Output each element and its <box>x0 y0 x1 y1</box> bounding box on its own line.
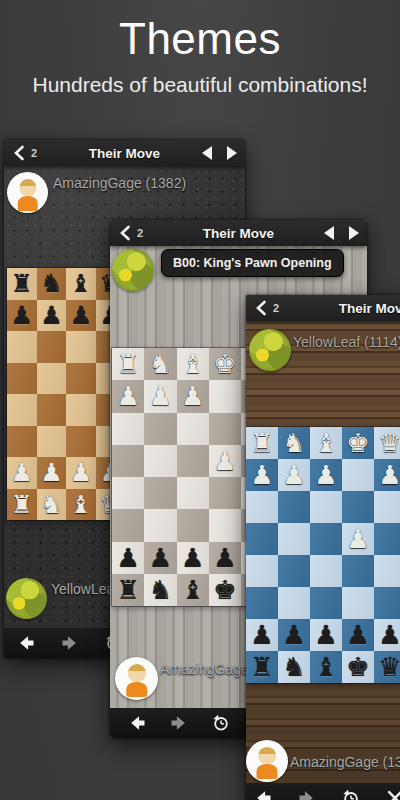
screenshot-blue-theme: 2 Their Move YellowLeaf (1114) ♜♞♝♚♛♝♞♜♟… <box>246 295 400 800</box>
board-square[interactable] <box>374 491 400 523</box>
white-pawn: ♟ <box>378 462 400 488</box>
board-square[interactable] <box>66 331 96 363</box>
board-square[interactable] <box>144 445 176 477</box>
board-square[interactable] <box>342 459 374 491</box>
board-square[interactable] <box>7 363 37 395</box>
game-count-badge: 2 <box>273 302 279 314</box>
board-square[interactable] <box>310 587 342 619</box>
board-square[interactable]: ♟ <box>37 457 67 489</box>
board-square[interactable] <box>37 426 67 458</box>
board-square[interactable] <box>342 555 374 587</box>
player-name: AmazingGage (1382) <box>290 754 400 770</box>
board-square[interactable] <box>246 587 278 619</box>
board-square[interactable] <box>144 413 176 445</box>
banner-title: Themes <box>0 14 400 64</box>
board-square[interactable] <box>278 491 310 523</box>
back-button[interactable]: 2 <box>254 300 279 316</box>
back-chevron-icon <box>12 145 26 161</box>
board-square[interactable]: ♝ <box>177 574 209 606</box>
board-square[interactable] <box>144 477 176 509</box>
board-square[interactable] <box>310 523 342 555</box>
board-square[interactable] <box>7 394 37 426</box>
black-pawn: ♟ <box>314 622 337 648</box>
white-pawn: ♟ <box>213 448 236 474</box>
prev-game-button[interactable] <box>202 146 212 160</box>
board-square[interactable] <box>310 555 342 587</box>
board-square[interactable] <box>37 331 67 363</box>
white-king: ♚ <box>346 430 369 456</box>
board-square[interactable] <box>177 477 209 509</box>
board-square[interactable]: ♟ <box>209 445 241 477</box>
board-square[interactable] <box>374 587 400 619</box>
white-pawn: ♟ <box>282 462 305 488</box>
black-rook: ♜ <box>116 577 139 603</box>
chess-board[interactable]: ♜♞♝♚♛♝♞♜♟♟♟♟♟♟♟♟♟♟♟♟♟♟♟♟♜♞♝♚♛♝♞♜ <box>246 427 400 683</box>
black-pawn: ♟ <box>40 303 62 328</box>
next-game-button[interactable] <box>349 226 359 240</box>
board-square[interactable] <box>7 331 37 363</box>
board-square[interactable]: ♛ <box>374 427 400 459</box>
black-pawn: ♟ <box>346 622 369 648</box>
board-square[interactable]: ♚ <box>209 574 241 606</box>
avatar <box>6 578 47 619</box>
board-square[interactable]: ♜ <box>7 489 37 521</box>
board-square[interactable]: ♟ <box>374 459 400 491</box>
game-count-badge: 2 <box>137 227 143 239</box>
board-square[interactable]: ♞ <box>37 489 67 521</box>
board-square[interactable]: ♚ <box>342 427 374 459</box>
black-pawn: ♟ <box>11 303 33 328</box>
avatar <box>249 329 291 371</box>
player-name: AmazingGage <box>160 661 249 677</box>
board-square[interactable]: ♟ <box>144 380 176 412</box>
close-icon[interactable] <box>385 788 400 800</box>
back-chevron-icon <box>254 300 268 316</box>
board-square[interactable]: ♞ <box>37 268 67 300</box>
white-knight: ♞ <box>40 492 62 517</box>
board-square[interactable]: ♟ <box>66 457 96 489</box>
white-rook: ♜ <box>116 351 139 377</box>
board-square[interactable] <box>209 509 241 541</box>
board-square[interactable]: ♝ <box>310 427 342 459</box>
app-store-screenshot: Themes Hundreds of beautiful combination… <box>0 0 400 800</box>
board-square[interactable]: ♞ <box>144 348 176 380</box>
avatar <box>115 657 158 700</box>
black-queen: ♛ <box>378 654 400 680</box>
board-square[interactable] <box>66 363 96 395</box>
black-pawn: ♟ <box>181 545 204 571</box>
forward-arrow-icon[interactable] <box>60 633 80 653</box>
board-square[interactable]: ♞ <box>278 651 310 683</box>
white-rook: ♜ <box>11 492 33 517</box>
board-square[interactable]: ♟ <box>144 542 176 574</box>
move-history-icon[interactable] <box>341 788 361 800</box>
board-square[interactable] <box>37 394 67 426</box>
board-square[interactable]: ♟ <box>7 300 37 332</box>
board-square[interactable]: ♜ <box>7 268 37 300</box>
back-button[interactable]: 2 <box>12 145 37 161</box>
board-square[interactable]: ♜ <box>112 574 144 606</box>
white-pawn: ♟ <box>116 383 139 409</box>
black-pawn: ♟ <box>378 622 400 648</box>
black-knight: ♞ <box>282 654 305 680</box>
avatar <box>112 249 154 291</box>
board-square[interactable]: ♟ <box>342 619 374 651</box>
black-pawn: ♟ <box>149 545 172 571</box>
board-square[interactable]: ♟ <box>112 542 144 574</box>
board-square[interactable] <box>278 523 310 555</box>
board-square[interactable]: ♝ <box>66 268 96 300</box>
white-knight: ♞ <box>282 430 305 456</box>
black-bishop: ♝ <box>314 654 337 680</box>
white-king: ♚ <box>213 351 236 377</box>
board-square[interactable]: ♟ <box>7 457 37 489</box>
move-history-icon[interactable] <box>211 713 231 733</box>
black-pawn: ♟ <box>250 622 273 648</box>
board-square[interactable] <box>66 426 96 458</box>
board-square[interactable] <box>209 380 241 412</box>
black-king: ♚ <box>213 577 236 603</box>
white-bishop: ♝ <box>70 492 92 517</box>
board-square[interactable]: ♟ <box>66 300 96 332</box>
board-square[interactable] <box>177 445 209 477</box>
board-square[interactable]: ♟ <box>112 380 144 412</box>
board-square[interactable]: ♚ <box>342 651 374 683</box>
black-pawn: ♟ <box>213 545 236 571</box>
board-square[interactable] <box>7 426 37 458</box>
board-square[interactable] <box>310 491 342 523</box>
white-pawn: ♟ <box>346 526 369 552</box>
back-arrow-icon[interactable] <box>16 633 36 653</box>
board-square[interactable]: ♟ <box>374 619 400 651</box>
board-square[interactable] <box>66 394 96 426</box>
board-square[interactable] <box>374 523 400 555</box>
white-rook: ♜ <box>250 430 273 456</box>
board-square[interactable]: ♟ <box>246 619 278 651</box>
black-rook: ♜ <box>11 271 33 296</box>
board-square[interactable] <box>374 555 400 587</box>
board-square[interactable] <box>112 477 144 509</box>
board-square[interactable] <box>246 555 278 587</box>
board-square[interactable]: ♟ <box>177 380 209 412</box>
board-square[interactable]: ♟ <box>177 542 209 574</box>
black-pawn: ♟ <box>116 545 139 571</box>
white-pawn: ♟ <box>250 462 273 488</box>
board-square[interactable]: ♟ <box>310 619 342 651</box>
white-pawn: ♟ <box>181 383 204 409</box>
action-bar: 2 Their Move <box>110 220 367 246</box>
opponent-name: AmazingGage (1382) <box>53 175 186 191</box>
avatar <box>7 172 48 213</box>
board-square[interactable]: ♚ <box>209 348 241 380</box>
board-square[interactable]: ♜ <box>246 427 278 459</box>
white-pawn: ♟ <box>40 460 62 485</box>
board-square[interactable]: ♟ <box>342 523 374 555</box>
action-bar: 2 Their Move <box>4 140 245 166</box>
banner-subtitle: Hundreds of beautiful combinations! <box>0 73 400 97</box>
white-bishop: ♝ <box>181 351 204 377</box>
board-square[interactable]: ♟ <box>310 459 342 491</box>
black-pawn: ♟ <box>282 622 305 648</box>
black-bishop: ♝ <box>181 577 204 603</box>
board-square[interactable] <box>144 509 176 541</box>
board-square[interactable] <box>37 363 67 395</box>
board-square[interactable]: ♟ <box>278 459 310 491</box>
black-rook: ♜ <box>250 654 273 680</box>
board-square[interactable]: ♛ <box>374 651 400 683</box>
board-square[interactable] <box>342 491 374 523</box>
white-pawn: ♟ <box>70 460 92 485</box>
board-square[interactable] <box>209 477 241 509</box>
action-bar: 2 Their Move <box>246 295 400 321</box>
promo-banner: Themes Hundreds of beautiful combination… <box>0 0 400 97</box>
board-square[interactable] <box>209 413 241 445</box>
forward-arrow-icon[interactable] <box>169 713 189 733</box>
board-square[interactable] <box>278 555 310 587</box>
black-knight: ♞ <box>40 271 62 296</box>
board-square[interactable] <box>177 413 209 445</box>
board-square[interactable]: ♟ <box>209 542 241 574</box>
board-square[interactable] <box>112 509 144 541</box>
board-square[interactable]: ♜ <box>246 651 278 683</box>
player-name: YellowLeaf <box>51 581 118 597</box>
prev-game-button[interactable] <box>324 226 334 240</box>
board-square[interactable] <box>112 413 144 445</box>
forward-arrow-icon[interactable] <box>297 788 317 800</box>
opponent-name: YellowLeaf (1114) <box>293 334 400 350</box>
board-square[interactable]: ♟ <box>246 459 278 491</box>
back-arrow-icon[interactable] <box>127 713 147 733</box>
bottom-toolbar <box>246 783 400 800</box>
board-square[interactable] <box>177 509 209 541</box>
board-square[interactable]: ♟ <box>37 300 67 332</box>
board-square[interactable]: ♝ <box>177 348 209 380</box>
board-square[interactable] <box>278 587 310 619</box>
back-chevron-icon <box>118 225 132 241</box>
board-square[interactable]: ♝ <box>310 651 342 683</box>
next-game-button[interactable] <box>227 146 237 160</box>
white-pawn: ♟ <box>149 383 172 409</box>
black-pawn: ♟ <box>70 303 92 328</box>
board-square[interactable]: ♞ <box>278 427 310 459</box>
board-square[interactable]: ♜ <box>112 348 144 380</box>
board-square[interactable] <box>246 523 278 555</box>
board-square[interactable] <box>342 587 374 619</box>
board-square[interactable]: ♞ <box>144 574 176 606</box>
white-pawn: ♟ <box>11 460 33 485</box>
black-knight: ♞ <box>149 577 172 603</box>
avatar <box>246 740 288 782</box>
white-knight: ♞ <box>149 351 172 377</box>
board-square[interactable] <box>112 445 144 477</box>
board-square[interactable]: ♟ <box>278 619 310 651</box>
back-arrow-icon[interactable] <box>253 788 273 800</box>
board-square[interactable] <box>246 491 278 523</box>
white-pawn: ♟ <box>314 462 337 488</box>
black-king: ♚ <box>346 654 369 680</box>
white-bishop: ♝ <box>314 430 337 456</box>
opening-name-badge: B00: King's Pawn Opening <box>161 249 344 277</box>
board-square[interactable]: ♝ <box>66 489 96 521</box>
back-button[interactable]: 2 <box>118 225 143 241</box>
game-count-badge: 2 <box>31 147 37 159</box>
white-queen: ♛ <box>378 430 400 456</box>
black-bishop: ♝ <box>70 271 92 296</box>
